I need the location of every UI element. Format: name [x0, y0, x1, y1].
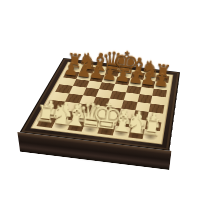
- board-box: ♜♞♝♛♚♝♞♜♟♟♟♟♟♟♟♟♟♟♟♟♟♟♟♟♜♞♝♛♚♝♞♜: [20, 58, 180, 151]
- scene: ♜♞♝♛♚♝♞♜♟♟♟♟♟♟♟♟♟♟♟♟♟♟♟♟♜♞♝♛♚♝♞♜: [0, 21, 179, 200]
- square-h1: ♜: [143, 130, 160, 142]
- black-pawn: ♟: [153, 71, 170, 90]
- white-rook: ♜: [140, 115, 164, 141]
- product-photo: ♜♞♝♛♚♝♞♜♟♟♟♟♟♟♟♟♟♟♟♟♟♟♟♟♜♞♝♛♚♝♞♜: [0, 0, 200, 200]
- chess-board: ♜♞♝♛♚♝♞♜♟♟♟♟♟♟♟♟♟♟♟♟♟♟♟♟♜♞♝♛♚♝♞♜: [36, 64, 169, 141]
- chess-set: ♜♞♝♛♚♝♞♜♟♟♟♟♟♟♟♟♟♟♟♟♟♟♟♟♜♞♝♛♚♝♞♜: [0, 21, 179, 200]
- board-inlay-margin: ♜♞♝♛♚♝♞♜♟♟♟♟♟♟♟♟♟♟♟♟♟♟♟♟♜♞♝♛♚♝♞♜: [30, 62, 173, 145]
